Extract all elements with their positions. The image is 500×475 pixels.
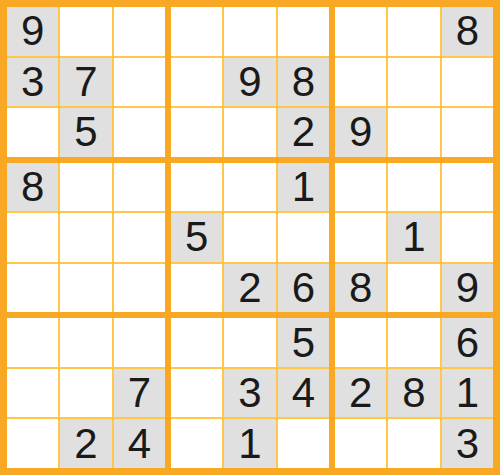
cell-r1c7-empty[interactable] (335, 7, 386, 56)
box-2-1: 8 (7, 163, 165, 313)
cell-r5c7-empty[interactable] (335, 213, 386, 262)
cell-r7c8-empty[interactable] (388, 318, 439, 367)
cell-r5c6-empty[interactable] (278, 213, 329, 262)
cell-r8c3-given[interactable]: 7 (114, 369, 165, 418)
cell-r6c1-empty[interactable] (7, 264, 58, 313)
box-3-1: 724 (7, 318, 165, 468)
cell-r4c6-given[interactable]: 1 (278, 163, 329, 212)
cell-r1c1-given[interactable]: 9 (7, 7, 58, 56)
cell-r6c5-given[interactable]: 2 (224, 264, 275, 313)
cell-r1c9-given[interactable]: 8 (442, 7, 493, 56)
cell-r2c8-empty[interactable] (388, 58, 439, 107)
cell-r3c5-empty[interactable] (224, 108, 275, 157)
cell-r2c7-empty[interactable] (335, 58, 386, 107)
cell-r9c6-empty[interactable] (278, 419, 329, 468)
cell-r3c6-given[interactable]: 2 (278, 108, 329, 157)
cell-r8c7-given[interactable]: 2 (335, 369, 386, 418)
cell-r7c6-given[interactable]: 5 (278, 318, 329, 367)
cell-r8c1-empty[interactable] (7, 369, 58, 418)
cell-r5c1-empty[interactable] (7, 213, 58, 262)
box-2-2: 1526 (171, 163, 329, 313)
cell-r6c2-empty[interactable] (60, 264, 111, 313)
cell-r5c2-empty[interactable] (60, 213, 111, 262)
box-1-1: 9375 (7, 7, 165, 157)
cell-r1c5-empty[interactable] (224, 7, 275, 56)
box-2-3: 189 (335, 163, 493, 313)
cell-r8c2-empty[interactable] (60, 369, 111, 418)
cell-r2c1-given[interactable]: 3 (7, 58, 58, 107)
cell-r8c5-given[interactable]: 3 (224, 369, 275, 418)
cell-r7c1-empty[interactable] (7, 318, 58, 367)
cell-r3c1-empty[interactable] (7, 108, 58, 157)
cell-r9c5-given[interactable]: 1 (224, 419, 275, 468)
cell-r7c4-empty[interactable] (171, 318, 222, 367)
cell-r6c6-given[interactable]: 6 (278, 264, 329, 313)
box-3-2: 5341 (171, 318, 329, 468)
cell-r4c2-empty[interactable] (60, 163, 111, 212)
cell-r9c7-empty[interactable] (335, 419, 386, 468)
cell-r1c6-empty[interactable] (278, 7, 329, 56)
cell-r3c2-given[interactable]: 5 (60, 108, 111, 157)
cell-r1c4-empty[interactable] (171, 7, 222, 56)
cell-r2c5-given[interactable]: 9 (224, 58, 275, 107)
box-3-3: 62813 (335, 318, 493, 468)
cell-r3c8-empty[interactable] (388, 108, 439, 157)
cell-r2c3-empty[interactable] (114, 58, 165, 107)
cell-r1c3-empty[interactable] (114, 7, 165, 56)
cell-r5c3-empty[interactable] (114, 213, 165, 262)
cell-r5c5-empty[interactable] (224, 213, 275, 262)
cell-r6c9-given[interactable]: 9 (442, 264, 493, 313)
cell-r7c7-empty[interactable] (335, 318, 386, 367)
cell-r5c9-empty[interactable] (442, 213, 493, 262)
cell-r1c2-empty[interactable] (60, 7, 111, 56)
cell-r4c4-empty[interactable] (171, 163, 222, 212)
cell-r3c7-given[interactable]: 9 (335, 108, 386, 157)
cell-r9c9-given[interactable]: 3 (442, 419, 493, 468)
cell-r9c2-given[interactable]: 2 (60, 419, 111, 468)
cell-r9c4-empty[interactable] (171, 419, 222, 468)
cell-r3c9-empty[interactable] (442, 108, 493, 157)
cell-r2c6-given[interactable]: 8 (278, 58, 329, 107)
cell-r5c8-given[interactable]: 1 (388, 213, 439, 262)
cell-r7c5-empty[interactable] (224, 318, 275, 367)
cell-r4c5-empty[interactable] (224, 163, 275, 212)
cell-r2c9-empty[interactable] (442, 58, 493, 107)
cell-r2c4-empty[interactable] (171, 58, 222, 107)
cell-r7c9-given[interactable]: 6 (442, 318, 493, 367)
cell-r8c6-given[interactable]: 4 (278, 369, 329, 418)
cell-r9c3-given[interactable]: 4 (114, 419, 165, 468)
cell-r4c3-empty[interactable] (114, 163, 165, 212)
cell-r6c3-empty[interactable] (114, 264, 165, 313)
cell-r8c9-given[interactable]: 1 (442, 369, 493, 418)
cell-r2c2-given[interactable]: 7 (60, 58, 111, 107)
cell-r4c7-empty[interactable] (335, 163, 386, 212)
cell-r3c4-empty[interactable] (171, 108, 222, 157)
cell-r4c8-empty[interactable] (388, 163, 439, 212)
cell-r5c4-given[interactable]: 5 (171, 213, 222, 262)
cell-r9c8-empty[interactable] (388, 419, 439, 468)
cell-r4c1-given[interactable]: 8 (7, 163, 58, 212)
cell-r7c3-empty[interactable] (114, 318, 165, 367)
cell-r8c4-empty[interactable] (171, 369, 222, 418)
cell-r6c8-empty[interactable] (388, 264, 439, 313)
cell-r8c8-given[interactable]: 8 (388, 369, 439, 418)
cell-r4c9-empty[interactable] (442, 163, 493, 212)
cell-r6c4-empty[interactable] (171, 264, 222, 313)
sudoku-board: 93759828981526189724534162813 (0, 0, 500, 475)
cell-r6c7-given[interactable]: 8 (335, 264, 386, 313)
box-1-2: 982 (171, 7, 329, 157)
cell-r1c8-empty[interactable] (388, 7, 439, 56)
cell-r3c3-empty[interactable] (114, 108, 165, 157)
cell-r9c1-empty[interactable] (7, 419, 58, 468)
box-1-3: 89 (335, 7, 493, 157)
cell-r7c2-empty[interactable] (60, 318, 111, 367)
